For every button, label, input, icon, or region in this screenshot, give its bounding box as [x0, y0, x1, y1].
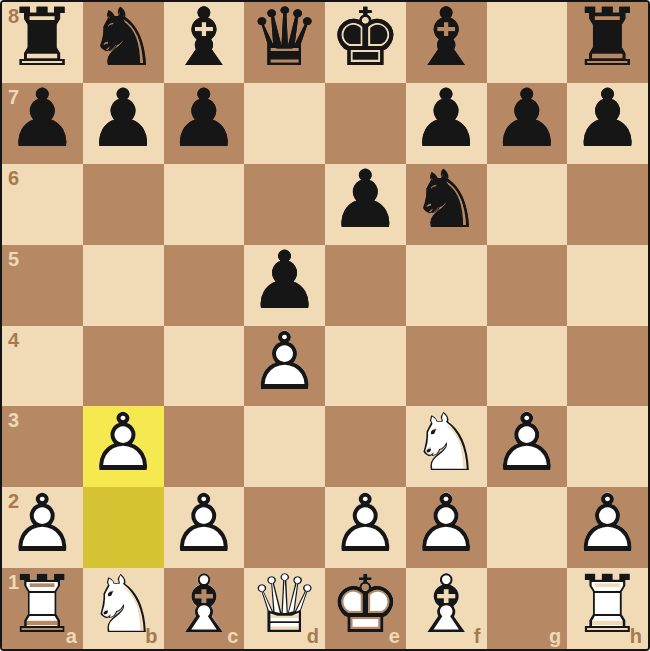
chess-board-frame: 8♜♖♞♘♝♗♛♕♚♔♝♗♜♖7♟♙♟♙♟♙♟♙♟♙♟♙6♟♙♞♘5♟♙4♟♙3…	[0, 0, 650, 651]
piece-white-king[interactable]: ♚♔	[325, 568, 406, 649]
piece-white-pawn[interactable]: ♟♙	[567, 487, 648, 568]
square-e7[interactable]	[325, 83, 406, 164]
piece-white-bishop[interactable]: ♝♗	[406, 568, 487, 649]
rank-label-6: 6	[8, 167, 19, 190]
piece-white-rook[interactable]: ♜♖	[567, 568, 648, 649]
piece-white-pawn[interactable]: ♟♙	[406, 487, 487, 568]
piece-black-pawn[interactable]: ♟♙	[406, 83, 487, 164]
piece-white-knight[interactable]: ♞♘	[83, 568, 164, 649]
piece-black-pawn[interactable]: ♟♙	[244, 245, 325, 326]
square-d5[interactable]: ♟♙	[244, 245, 325, 326]
square-c5[interactable]	[164, 245, 245, 326]
square-a5[interactable]: 5	[2, 245, 83, 326]
square-h6[interactable]	[567, 164, 648, 245]
square-f7[interactable]: ♟♙	[406, 83, 487, 164]
piece-white-pawn[interactable]: ♟♙	[487, 406, 568, 487]
square-b1[interactable]: b♞♘	[83, 568, 164, 649]
piece-white-queen[interactable]: ♛♕	[244, 568, 325, 649]
square-h8[interactable]: ♜♖	[567, 2, 648, 83]
square-b2[interactable]	[83, 487, 164, 568]
square-f6[interactable]: ♞♘	[406, 164, 487, 245]
square-e6[interactable]: ♟♙	[325, 164, 406, 245]
square-c6[interactable]	[164, 164, 245, 245]
square-g5[interactable]	[487, 245, 568, 326]
square-d7[interactable]	[244, 83, 325, 164]
piece-black-pawn[interactable]: ♟♙	[2, 83, 83, 164]
square-h7[interactable]: ♟♙	[567, 83, 648, 164]
square-a3[interactable]: 3	[2, 406, 83, 487]
square-e1[interactable]: e♚♔	[325, 568, 406, 649]
square-f5[interactable]	[406, 245, 487, 326]
rank-label-3: 3	[8, 409, 19, 432]
square-h4[interactable]	[567, 326, 648, 407]
square-c4[interactable]	[164, 326, 245, 407]
piece-black-bishop[interactable]: ♝♗	[406, 2, 487, 83]
square-d3[interactable]	[244, 406, 325, 487]
square-d8[interactable]: ♛♕	[244, 2, 325, 83]
square-a1[interactable]: 1a♜♖	[2, 568, 83, 649]
piece-white-pawn[interactable]: ♟♙	[164, 487, 245, 568]
square-d6[interactable]	[244, 164, 325, 245]
square-a4[interactable]: 4	[2, 326, 83, 407]
piece-white-knight[interactable]: ♞♘	[406, 406, 487, 487]
square-h5[interactable]	[567, 245, 648, 326]
piece-white-bishop[interactable]: ♝♗	[164, 568, 245, 649]
square-h2[interactable]: ♟♙	[567, 487, 648, 568]
square-e4[interactable]	[325, 326, 406, 407]
square-c7[interactable]: ♟♙	[164, 83, 245, 164]
square-f8[interactable]: ♝♗	[406, 2, 487, 83]
square-e5[interactable]	[325, 245, 406, 326]
square-g6[interactable]	[487, 164, 568, 245]
rank-label-4: 4	[8, 329, 19, 352]
piece-black-king[interactable]: ♚♔	[325, 2, 406, 83]
square-g8[interactable]	[487, 2, 568, 83]
piece-black-rook[interactable]: ♜♖	[2, 2, 83, 83]
square-c8[interactable]: ♝♗	[164, 2, 245, 83]
square-g2[interactable]	[487, 487, 568, 568]
piece-black-knight[interactable]: ♞♘	[83, 2, 164, 83]
square-c3[interactable]	[164, 406, 245, 487]
square-f4[interactable]	[406, 326, 487, 407]
square-g7[interactable]: ♟♙	[487, 83, 568, 164]
piece-black-bishop[interactable]: ♝♗	[164, 2, 245, 83]
square-b5[interactable]	[83, 245, 164, 326]
square-b6[interactable]	[83, 164, 164, 245]
square-a2[interactable]: 2♟♙	[2, 487, 83, 568]
square-c1[interactable]: c♝♗	[164, 568, 245, 649]
square-b7[interactable]: ♟♙	[83, 83, 164, 164]
square-a7[interactable]: 7♟♙	[2, 83, 83, 164]
piece-black-pawn[interactable]: ♟♙	[487, 83, 568, 164]
square-f1[interactable]: f♝♗	[406, 568, 487, 649]
piece-black-pawn[interactable]: ♟♙	[325, 164, 406, 245]
square-g4[interactable]	[487, 326, 568, 407]
square-b8[interactable]: ♞♘	[83, 2, 164, 83]
square-f2[interactable]: ♟♙	[406, 487, 487, 568]
file-label-g: g	[549, 625, 561, 648]
piece-white-rook[interactable]: ♜♖	[2, 568, 83, 649]
square-b4[interactable]	[83, 326, 164, 407]
square-e8[interactable]: ♚♔	[325, 2, 406, 83]
piece-black-pawn[interactable]: ♟♙	[567, 83, 648, 164]
square-c2[interactable]: ♟♙	[164, 487, 245, 568]
square-h1[interactable]: h♜♖	[567, 568, 648, 649]
square-g3[interactable]: ♟♙	[487, 406, 568, 487]
piece-white-pawn[interactable]: ♟♙	[244, 326, 325, 407]
square-h3[interactable]	[567, 406, 648, 487]
piece-black-pawn[interactable]: ♟♙	[164, 83, 245, 164]
square-b3[interactable]: ♟♙	[83, 406, 164, 487]
square-d2[interactable]	[244, 487, 325, 568]
piece-black-rook[interactable]: ♜♖	[567, 2, 648, 83]
piece-white-pawn[interactable]: ♟♙	[83, 406, 164, 487]
square-e2[interactable]: ♟♙	[325, 487, 406, 568]
square-g1[interactable]: g	[487, 568, 568, 649]
square-a6[interactable]: 6	[2, 164, 83, 245]
piece-white-pawn[interactable]: ♟♙	[325, 487, 406, 568]
square-e3[interactable]	[325, 406, 406, 487]
piece-black-knight[interactable]: ♞♘	[406, 164, 487, 245]
square-f3[interactable]: ♞♘	[406, 406, 487, 487]
square-d4[interactable]: ♟♙	[244, 326, 325, 407]
square-d1[interactable]: d♛♕	[244, 568, 325, 649]
chess-board: 8♜♖♞♘♝♗♛♕♚♔♝♗♜♖7♟♙♟♙♟♙♟♙♟♙♟♙6♟♙♞♘5♟♙4♟♙3…	[2, 2, 648, 649]
piece-black-pawn[interactable]: ♟♙	[83, 83, 164, 164]
square-a8[interactable]: 8♜♖	[2, 2, 83, 83]
piece-black-queen[interactable]: ♛♕	[244, 2, 325, 83]
piece-white-pawn[interactable]: ♟♙	[2, 487, 83, 568]
rank-label-5: 5	[8, 248, 19, 271]
